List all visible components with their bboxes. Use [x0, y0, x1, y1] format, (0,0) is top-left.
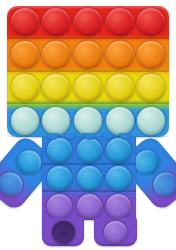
popit-bubble-red[interactable] — [106, 8, 134, 36]
torso-row-blue — [42, 137, 136, 165]
head-grid — [7, 6, 169, 137]
head-edge-bump — [101, 133, 114, 140]
popit-bubble-blue[interactable] — [77, 166, 102, 191]
popit-bubble-blue[interactable] — [47, 166, 72, 191]
popit-bubble-purple[interactable] — [106, 194, 131, 219]
popit-bubble-purple[interactable] — [104, 221, 127, 244]
head-edge-bump — [46, 133, 59, 140]
popit-bubble-orange[interactable] — [106, 41, 134, 69]
popit-bubble-yellow[interactable] — [11, 74, 39, 102]
popit-bubble-mint[interactable] — [106, 107, 134, 135]
left-leg — [42, 218, 84, 246]
popit-bubble-yellow[interactable] — [106, 74, 134, 102]
popit-bubble-red[interactable] — [74, 8, 102, 36]
torso-row-blue — [42, 165, 136, 193]
popit-bubble-mint[interactable] — [42, 107, 70, 135]
torso-grid — [42, 137, 136, 220]
popit-bubble-yellow[interactable] — [42, 74, 70, 102]
popit-bubble-purple[interactable] — [47, 194, 72, 219]
popit-bubble-orange[interactable] — [42, 41, 70, 69]
head-edge-bump — [83, 133, 96, 140]
popit-bubble-orange[interactable] — [137, 41, 165, 69]
head-row-yellow — [7, 72, 169, 105]
popit-bubble-blue[interactable] — [77, 138, 102, 163]
product-photo-popit-toy — [0, 0, 176, 250]
popit-bubble-red[interactable] — [42, 8, 70, 36]
popit-bubble-orange[interactable] — [11, 41, 39, 69]
head-edge-bump — [119, 133, 132, 140]
popit-bubble-yellow[interactable] — [74, 74, 102, 102]
popit-bubble-mint[interactable] — [11, 107, 39, 135]
popit-bubble-darkpurple-pressed[interactable] — [52, 221, 75, 244]
popit-bubble-mint[interactable] — [74, 107, 102, 135]
popit-bubble-blue[interactable] — [106, 138, 131, 163]
popit-bubble-orange[interactable] — [74, 41, 102, 69]
popit-bubble-blue[interactable] — [47, 138, 72, 163]
popit-bubble-blue[interactable] — [106, 166, 131, 191]
head-edge-bump — [64, 133, 77, 140]
popit-bubble-mint[interactable] — [137, 107, 165, 135]
head-bottom-bumps — [46, 133, 132, 140]
right-leg — [94, 218, 137, 246]
head-row-orange — [7, 39, 169, 72]
popit-bubble-purple[interactable] — [77, 194, 102, 219]
torso-row-purple — [42, 192, 136, 220]
popit-bubble-red[interactable] — [137, 8, 165, 36]
head-row-red — [7, 6, 169, 39]
popit-bubble-yellow[interactable] — [137, 74, 165, 102]
popit-bubble-red[interactable] — [11, 8, 39, 36]
